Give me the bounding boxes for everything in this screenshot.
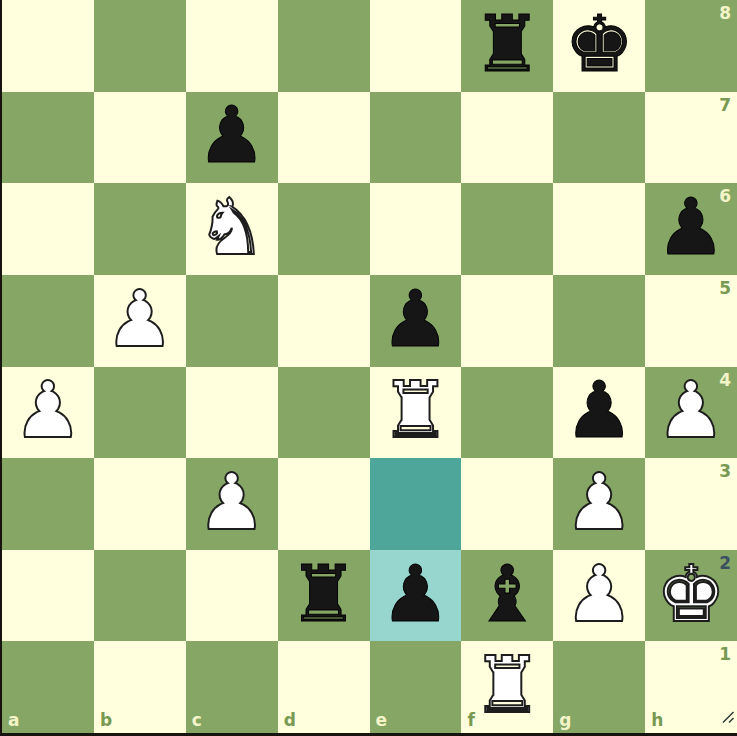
black-pawn-icon[interactable]: ♟ xyxy=(380,280,450,358)
file-label-b: b xyxy=(100,712,112,729)
black-king-icon[interactable]: ♚ xyxy=(564,5,634,83)
white-pawn-icon[interactable]: ♟ xyxy=(564,555,634,633)
square-e3[interactable] xyxy=(370,458,462,550)
square-c7[interactable]: ♟ xyxy=(186,92,278,184)
square-g2[interactable]: ♟ xyxy=(553,550,645,642)
square-c1[interactable]: c xyxy=(186,641,278,733)
square-g3[interactable]: ♟ xyxy=(553,458,645,550)
square-d2[interactable]: ♜ xyxy=(278,550,370,642)
square-a5[interactable] xyxy=(2,275,94,367)
square-e1[interactable]: e xyxy=(370,641,462,733)
square-a1[interactable]: a xyxy=(2,641,94,733)
black-rook-icon[interactable]: ♜ xyxy=(472,5,542,83)
board-resize-handle-icon[interactable] xyxy=(720,709,735,728)
white-king-icon[interactable]: ♚ xyxy=(656,555,726,633)
file-label-d: d xyxy=(284,712,296,729)
square-c4[interactable] xyxy=(186,367,278,459)
white-rook-icon[interactable]: ♜ xyxy=(380,371,450,449)
black-pawn-icon[interactable]: ♟ xyxy=(564,371,634,449)
white-rook-icon[interactable]: ♜ xyxy=(472,646,542,724)
square-d1[interactable]: d xyxy=(278,641,370,733)
rank-label-5: 5 xyxy=(719,280,731,297)
square-h5[interactable]: 5 xyxy=(645,275,737,367)
square-b4[interactable] xyxy=(94,367,186,459)
black-rook-icon[interactable]: ♜ xyxy=(289,555,359,633)
square-e6[interactable] xyxy=(370,183,462,275)
square-b3[interactable] xyxy=(94,458,186,550)
square-a3[interactable] xyxy=(2,458,94,550)
square-h4[interactable]: 4♟ xyxy=(645,367,737,459)
white-knight-icon[interactable]: ♞ xyxy=(197,188,267,266)
file-label-g: g xyxy=(559,712,571,729)
white-pawn-icon[interactable]: ♟ xyxy=(656,371,726,449)
square-g7[interactable] xyxy=(553,92,645,184)
square-g8[interactable]: ♚ xyxy=(553,0,645,92)
chess-board: ♜♚8♟7♞6♟♟♟5♟♜♟4♟♟♟3♜♟♝♟2♚abcdef♜g1h xyxy=(0,0,737,736)
square-e5[interactable]: ♟ xyxy=(370,275,462,367)
white-pawn-icon[interactable]: ♟ xyxy=(13,371,83,449)
square-b5[interactable]: ♟ xyxy=(94,275,186,367)
file-label-a: a xyxy=(8,712,19,729)
square-h3[interactable]: 3 xyxy=(645,458,737,550)
square-f3[interactable] xyxy=(461,458,553,550)
square-h8[interactable]: 8 xyxy=(645,0,737,92)
black-pawn-icon[interactable]: ♟ xyxy=(197,96,267,174)
square-f5[interactable] xyxy=(461,275,553,367)
square-g1[interactable]: g xyxy=(553,641,645,733)
square-h7[interactable]: 7 xyxy=(645,92,737,184)
square-f2[interactable]: ♝ xyxy=(461,550,553,642)
square-f6[interactable] xyxy=(461,183,553,275)
black-bishop-icon[interactable]: ♝ xyxy=(472,555,542,633)
square-h2[interactable]: 2♚ xyxy=(645,550,737,642)
white-pawn-icon[interactable]: ♟ xyxy=(197,463,267,541)
square-b2[interactable] xyxy=(94,550,186,642)
square-d5[interactable] xyxy=(278,275,370,367)
file-label-h: h xyxy=(651,712,663,729)
square-h6[interactable]: 6♟ xyxy=(645,183,737,275)
file-label-c: c xyxy=(192,712,202,729)
square-e2[interactable]: ♟ xyxy=(370,550,462,642)
square-f4[interactable] xyxy=(461,367,553,459)
white-pawn-icon[interactable]: ♟ xyxy=(105,280,175,358)
black-pawn-icon[interactable]: ♟ xyxy=(656,188,726,266)
square-a4[interactable]: ♟ xyxy=(2,367,94,459)
square-b6[interactable] xyxy=(94,183,186,275)
file-label-e: e xyxy=(376,712,388,729)
square-c3[interactable]: ♟ xyxy=(186,458,278,550)
square-d4[interactable] xyxy=(278,367,370,459)
square-d8[interactable] xyxy=(278,0,370,92)
square-e4[interactable]: ♜ xyxy=(370,367,462,459)
square-g5[interactable] xyxy=(553,275,645,367)
rank-label-3: 3 xyxy=(719,463,731,480)
square-a7[interactable] xyxy=(2,92,94,184)
square-a6[interactable] xyxy=(2,183,94,275)
square-c6[interactable]: ♞ xyxy=(186,183,278,275)
square-e8[interactable] xyxy=(370,0,462,92)
square-e7[interactable] xyxy=(370,92,462,184)
square-g6[interactable] xyxy=(553,183,645,275)
rank-label-7: 7 xyxy=(719,97,731,114)
square-d7[interactable] xyxy=(278,92,370,184)
square-f1[interactable]: f♜ xyxy=(461,641,553,733)
square-f7[interactable] xyxy=(461,92,553,184)
square-d6[interactable] xyxy=(278,183,370,275)
rank-label-8: 8 xyxy=(719,5,731,22)
square-f8[interactable]: ♜ xyxy=(461,0,553,92)
square-d3[interactable] xyxy=(278,458,370,550)
square-b8[interactable] xyxy=(94,0,186,92)
square-a2[interactable] xyxy=(2,550,94,642)
black-pawn-icon[interactable]: ♟ xyxy=(380,555,450,633)
square-g4[interactable]: ♟ xyxy=(553,367,645,459)
square-c2[interactable] xyxy=(186,550,278,642)
square-c5[interactable] xyxy=(186,275,278,367)
square-a8[interactable] xyxy=(2,0,94,92)
square-b1[interactable]: b xyxy=(94,641,186,733)
rank-label-1: 1 xyxy=(719,646,731,663)
white-pawn-icon[interactable]: ♟ xyxy=(564,463,634,541)
square-c8[interactable] xyxy=(186,0,278,92)
square-b7[interactable] xyxy=(94,92,186,184)
